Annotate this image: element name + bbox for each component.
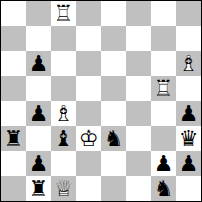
square-a3[interactable]: ♜ bbox=[1, 126, 26, 151]
pawn-icon: ♟ bbox=[26, 101, 51, 126]
square-c7[interactable] bbox=[51, 26, 76, 51]
white-rook-g5: ♜♖ bbox=[151, 76, 176, 101]
square-e2[interactable] bbox=[101, 151, 126, 176]
square-e8[interactable] bbox=[101, 1, 126, 26]
square-b5[interactable] bbox=[26, 76, 51, 101]
square-f8[interactable] bbox=[126, 1, 151, 26]
square-g5[interactable]: ♜♖ bbox=[151, 76, 176, 101]
square-a4[interactable] bbox=[1, 101, 26, 126]
square-e7[interactable] bbox=[101, 26, 126, 51]
square-b4[interactable]: ♟ bbox=[26, 101, 51, 126]
pawn-icon: ♟ bbox=[26, 151, 51, 176]
pawn-icon: ♟ bbox=[151, 151, 176, 176]
queen-icon: ♕ bbox=[51, 176, 76, 201]
square-g7[interactable] bbox=[151, 26, 176, 51]
square-b3[interactable] bbox=[26, 126, 51, 151]
square-d1[interactable] bbox=[76, 176, 101, 201]
square-f2[interactable] bbox=[126, 151, 151, 176]
square-e5[interactable] bbox=[101, 76, 126, 101]
black-pawn-b4: ♟ bbox=[26, 101, 51, 126]
chess-board-frame: ♜♖♟♝♗♜♖♟♝♗♟♜♝♚♔♞♛♟♟♟♜♛♕♞ bbox=[0, 0, 202, 202]
square-a8[interactable] bbox=[1, 1, 26, 26]
square-d4[interactable] bbox=[76, 101, 101, 126]
pawn-icon: ♟ bbox=[26, 51, 51, 76]
white-bishop-h6: ♝♗ bbox=[176, 51, 201, 76]
square-b1[interactable]: ♜ bbox=[26, 176, 51, 201]
square-h7[interactable] bbox=[176, 26, 201, 51]
square-g2[interactable]: ♟ bbox=[151, 151, 176, 176]
square-b6[interactable]: ♟ bbox=[26, 51, 51, 76]
square-c4[interactable]: ♝♗ bbox=[51, 101, 76, 126]
black-pawn-b6: ♟ bbox=[26, 51, 51, 76]
square-f4[interactable] bbox=[126, 101, 151, 126]
square-h6[interactable]: ♝♗ bbox=[176, 51, 201, 76]
knight-icon: ♞ bbox=[151, 176, 176, 201]
square-e3[interactable]: ♞ bbox=[101, 126, 126, 151]
bishop-icon: ♝ bbox=[51, 126, 76, 151]
square-g8[interactable] bbox=[151, 1, 176, 26]
square-e1[interactable] bbox=[101, 176, 126, 201]
square-d7[interactable] bbox=[76, 26, 101, 51]
square-f7[interactable] bbox=[126, 26, 151, 51]
square-f3[interactable] bbox=[126, 126, 151, 151]
square-c1[interactable]: ♛♕ bbox=[51, 176, 76, 201]
king-icon: ♔ bbox=[76, 126, 101, 151]
square-g3[interactable] bbox=[151, 126, 176, 151]
black-pawn-h4: ♟ bbox=[176, 101, 201, 126]
pawn-icon: ♟ bbox=[176, 151, 201, 176]
square-d5[interactable] bbox=[76, 76, 101, 101]
square-b8[interactable] bbox=[26, 1, 51, 26]
pawn-icon: ♟ bbox=[176, 101, 201, 126]
chess-board: ♜♖♟♝♗♜♖♟♝♗♟♜♝♚♔♞♛♟♟♟♜♛♕♞ bbox=[1, 1, 201, 201]
square-f1[interactable] bbox=[126, 176, 151, 201]
square-d8[interactable] bbox=[76, 1, 101, 26]
square-d2[interactable] bbox=[76, 151, 101, 176]
bishop-icon: ♗ bbox=[176, 51, 201, 76]
square-a6[interactable] bbox=[1, 51, 26, 76]
black-bishop-c3: ♝ bbox=[51, 126, 76, 151]
black-knight-e3: ♞ bbox=[101, 126, 126, 151]
knight-icon: ♞ bbox=[101, 126, 126, 151]
queen-icon: ♛ bbox=[176, 126, 201, 151]
square-a7[interactable] bbox=[1, 26, 26, 51]
square-g1[interactable]: ♞ bbox=[151, 176, 176, 201]
square-h3[interactable]: ♛ bbox=[176, 126, 201, 151]
square-a1[interactable] bbox=[1, 176, 26, 201]
black-queen-h3: ♛ bbox=[176, 126, 201, 151]
square-g6[interactable] bbox=[151, 51, 176, 76]
square-a2[interactable] bbox=[1, 151, 26, 176]
black-pawn-g2: ♟ bbox=[151, 151, 176, 176]
rook-icon: ♖ bbox=[151, 76, 176, 101]
square-g4[interactable] bbox=[151, 101, 176, 126]
square-h8[interactable] bbox=[176, 1, 201, 26]
square-f5[interactable] bbox=[126, 76, 151, 101]
white-king-d3: ♚♔ bbox=[76, 126, 101, 151]
black-rook-b1: ♜ bbox=[26, 176, 51, 201]
square-h2[interactable]: ♟ bbox=[176, 151, 201, 176]
white-bishop-c4: ♝♗ bbox=[51, 101, 76, 126]
square-a5[interactable] bbox=[1, 76, 26, 101]
square-c6[interactable] bbox=[51, 51, 76, 76]
square-d3[interactable]: ♚♔ bbox=[76, 126, 101, 151]
black-rook-a3: ♜ bbox=[1, 126, 26, 151]
white-rook-c8: ♜♖ bbox=[51, 1, 76, 26]
square-f6[interactable] bbox=[126, 51, 151, 76]
square-d6[interactable] bbox=[76, 51, 101, 76]
square-c5[interactable] bbox=[51, 76, 76, 101]
rook-icon: ♜ bbox=[26, 176, 51, 201]
black-knight-g1: ♞ bbox=[151, 176, 176, 201]
square-h4[interactable]: ♟ bbox=[176, 101, 201, 126]
square-c8[interactable]: ♜♖ bbox=[51, 1, 76, 26]
rook-icon: ♖ bbox=[51, 1, 76, 26]
square-h5[interactable] bbox=[176, 76, 201, 101]
square-e4[interactable] bbox=[101, 101, 126, 126]
black-pawn-b2: ♟ bbox=[26, 151, 51, 176]
black-pawn-h2: ♟ bbox=[176, 151, 201, 176]
square-b7[interactable] bbox=[26, 26, 51, 51]
white-queen-c1: ♛♕ bbox=[51, 176, 76, 201]
rook-icon: ♜ bbox=[1, 126, 26, 151]
square-c3[interactable]: ♝ bbox=[51, 126, 76, 151]
square-b2[interactable]: ♟ bbox=[26, 151, 51, 176]
square-h1[interactable] bbox=[176, 176, 201, 201]
square-c2[interactable] bbox=[51, 151, 76, 176]
bishop-icon: ♗ bbox=[51, 101, 76, 126]
square-e6[interactable] bbox=[101, 51, 126, 76]
